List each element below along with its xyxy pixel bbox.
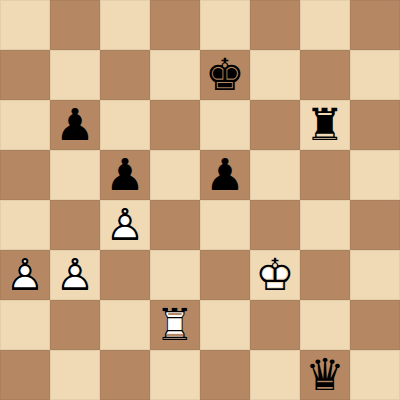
- square-d2[interactable]: ♜♖: [150, 300, 200, 350]
- square-a8[interactable]: [0, 0, 50, 50]
- square-f3[interactable]: ♚♔: [250, 250, 300, 300]
- square-c7[interactable]: [100, 50, 150, 100]
- square-c1[interactable]: [100, 350, 150, 400]
- square-a6[interactable]: [0, 100, 50, 150]
- square-a4[interactable]: [0, 200, 50, 250]
- square-g2[interactable]: [300, 300, 350, 350]
- square-c8[interactable]: [100, 0, 150, 50]
- square-b2[interactable]: [50, 300, 100, 350]
- square-a5[interactable]: [0, 150, 50, 200]
- square-e7[interactable]: ♚: [200, 50, 250, 100]
- square-b7[interactable]: [50, 50, 100, 100]
- square-a3[interactable]: ♟♙: [0, 250, 50, 300]
- piece-white-rook[interactable]: ♖: [150, 300, 200, 350]
- square-h1[interactable]: [350, 350, 400, 400]
- square-e6[interactable]: [200, 100, 250, 150]
- square-a1[interactable]: [0, 350, 50, 400]
- piece-black-pawn[interactable]: ♟: [200, 150, 250, 200]
- square-c4[interactable]: ♟♙: [100, 200, 150, 250]
- square-e3[interactable]: [200, 250, 250, 300]
- square-g7[interactable]: [300, 50, 350, 100]
- square-b6[interactable]: ♟: [50, 100, 100, 150]
- piece-black-pawn[interactable]: ♟: [100, 150, 150, 200]
- square-d6[interactable]: [150, 100, 200, 150]
- square-h4[interactable]: [350, 200, 400, 250]
- piece-black-pawn[interactable]: ♟: [50, 100, 100, 150]
- square-c3[interactable]: [100, 250, 150, 300]
- square-d4[interactable]: [150, 200, 200, 250]
- square-c2[interactable]: [100, 300, 150, 350]
- square-e5[interactable]: ♟: [200, 150, 250, 200]
- square-g1[interactable]: ♛: [300, 350, 350, 400]
- chess-board: ♚♟♜♟♟♟♙♟♙♟♙♚♔♜♖♛: [0, 0, 400, 400]
- square-h8[interactable]: [350, 0, 400, 50]
- square-f7[interactable]: [250, 50, 300, 100]
- square-g4[interactable]: [300, 200, 350, 250]
- square-a2[interactable]: [0, 300, 50, 350]
- square-g5[interactable]: [300, 150, 350, 200]
- piece-black-queen[interactable]: ♛: [300, 350, 350, 400]
- square-h3[interactable]: [350, 250, 400, 300]
- square-d3[interactable]: [150, 250, 200, 300]
- square-f2[interactable]: [250, 300, 300, 350]
- piece-white-pawn[interactable]: ♙: [0, 250, 50, 300]
- piece-white-pawn[interactable]: ♙: [100, 200, 150, 250]
- square-c5[interactable]: ♟: [100, 150, 150, 200]
- piece-white-king[interactable]: ♔: [250, 250, 300, 300]
- square-b4[interactable]: [50, 200, 100, 250]
- square-g6[interactable]: ♜: [300, 100, 350, 150]
- square-d1[interactable]: [150, 350, 200, 400]
- square-d7[interactable]: [150, 50, 200, 100]
- square-f5[interactable]: [250, 150, 300, 200]
- square-g3[interactable]: [300, 250, 350, 300]
- square-b5[interactable]: [50, 150, 100, 200]
- piece-black-rook[interactable]: ♜: [300, 100, 350, 150]
- square-d8[interactable]: [150, 0, 200, 50]
- square-h7[interactable]: [350, 50, 400, 100]
- square-e8[interactable]: [200, 0, 250, 50]
- square-b3[interactable]: ♟♙: [50, 250, 100, 300]
- square-h6[interactable]: [350, 100, 400, 150]
- square-e2[interactable]: [200, 300, 250, 350]
- square-f4[interactable]: [250, 200, 300, 250]
- square-d5[interactable]: [150, 150, 200, 200]
- square-e4[interactable]: [200, 200, 250, 250]
- square-c6[interactable]: [100, 100, 150, 150]
- square-h5[interactable]: [350, 150, 400, 200]
- square-f1[interactable]: [250, 350, 300, 400]
- square-b8[interactable]: [50, 0, 100, 50]
- piece-black-king[interactable]: ♚: [200, 50, 250, 100]
- square-a7[interactable]: [0, 50, 50, 100]
- square-e1[interactable]: [200, 350, 250, 400]
- square-b1[interactable]: [50, 350, 100, 400]
- square-f6[interactable]: [250, 100, 300, 150]
- square-g8[interactable]: [300, 0, 350, 50]
- square-h2[interactable]: [350, 300, 400, 350]
- piece-white-pawn[interactable]: ♙: [50, 250, 100, 300]
- square-f8[interactable]: [250, 0, 300, 50]
